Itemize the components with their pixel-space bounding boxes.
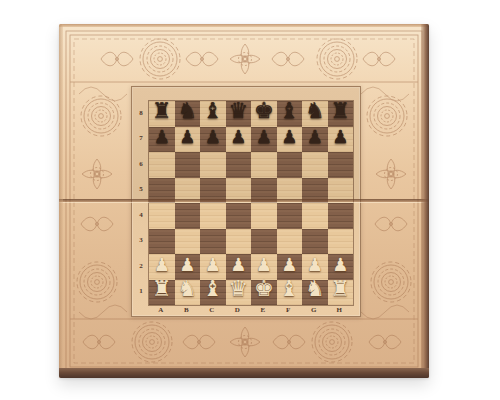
square-h8[interactable]: ♜ bbox=[328, 101, 354, 127]
square-h1[interactable]: ♜ bbox=[328, 280, 354, 306]
square-e6[interactable] bbox=[251, 152, 277, 178]
black-bishop[interactable]: ♝ bbox=[203, 100, 223, 122]
square-h7[interactable]: ♟ bbox=[328, 127, 354, 153]
square-c6[interactable] bbox=[200, 152, 226, 178]
square-c7[interactable]: ♟ bbox=[200, 127, 226, 153]
board-edge-left bbox=[59, 24, 63, 378]
product-photo: 87654321 ♜♞♝♛♚♝♞♜♟♟♟♟♟♟♟♟♟♟♟♟♟♟♟♟♜♞♝♛♚♝♞… bbox=[0, 0, 500, 400]
white-pawn[interactable]: ♟ bbox=[179, 256, 195, 274]
rank-label-2: 2 bbox=[135, 253, 147, 279]
square-e1[interactable]: ♚ bbox=[251, 280, 277, 306]
black-pawn[interactable]: ♟ bbox=[281, 128, 297, 146]
white-bishop[interactable]: ♝ bbox=[203, 278, 223, 300]
file-label-G: G bbox=[301, 305, 327, 315]
white-pawn[interactable]: ♟ bbox=[281, 256, 297, 274]
black-pawn[interactable]: ♟ bbox=[154, 128, 170, 146]
black-rook[interactable]: ♜ bbox=[330, 100, 350, 122]
square-g6[interactable] bbox=[302, 152, 328, 178]
white-king[interactable]: ♚ bbox=[254, 278, 274, 300]
square-b4[interactable] bbox=[175, 203, 201, 229]
file-label-C: C bbox=[199, 305, 225, 315]
white-rook[interactable]: ♜ bbox=[330, 278, 350, 300]
square-f4[interactable] bbox=[277, 203, 303, 229]
square-f6[interactable] bbox=[277, 152, 303, 178]
square-b8[interactable]: ♞ bbox=[175, 101, 201, 127]
square-h4[interactable] bbox=[328, 203, 354, 229]
square-g8[interactable]: ♞ bbox=[302, 101, 328, 127]
file-labels: ABCDEFGH bbox=[148, 305, 352, 315]
white-pawn[interactable]: ♟ bbox=[307, 256, 323, 274]
square-a3[interactable] bbox=[149, 229, 175, 255]
white-pawn[interactable]: ♟ bbox=[205, 256, 221, 274]
square-e4[interactable] bbox=[251, 203, 277, 229]
square-a4[interactable] bbox=[149, 203, 175, 229]
file-label-E: E bbox=[250, 305, 276, 315]
square-f7[interactable]: ♟ bbox=[277, 127, 303, 153]
file-label-F: F bbox=[276, 305, 302, 315]
white-pawn[interactable]: ♟ bbox=[256, 256, 272, 274]
square-c1[interactable]: ♝ bbox=[200, 280, 226, 306]
square-a1[interactable]: ♜ bbox=[149, 280, 175, 306]
square-f3[interactable] bbox=[277, 229, 303, 255]
square-a7[interactable]: ♟ bbox=[149, 127, 175, 153]
file-label-D: D bbox=[225, 305, 251, 315]
square-b6[interactable] bbox=[175, 152, 201, 178]
white-queen[interactable]: ♛ bbox=[228, 278, 248, 300]
black-pawn[interactable]: ♟ bbox=[205, 128, 221, 146]
rank-label-6: 6 bbox=[135, 151, 147, 177]
black-king[interactable]: ♚ bbox=[254, 100, 274, 122]
rank-label-1: 1 bbox=[135, 279, 147, 305]
square-e7[interactable]: ♟ bbox=[251, 127, 277, 153]
black-pawn[interactable]: ♟ bbox=[179, 128, 195, 146]
square-b7[interactable]: ♟ bbox=[175, 127, 201, 153]
black-pawn[interactable]: ♟ bbox=[230, 128, 246, 146]
board-edge-bottom bbox=[59, 368, 429, 378]
square-d6[interactable] bbox=[226, 152, 252, 178]
square-b3[interactable] bbox=[175, 229, 201, 255]
white-bishop[interactable]: ♝ bbox=[279, 278, 299, 300]
black-pawn[interactable]: ♟ bbox=[307, 128, 323, 146]
rank-labels: 87654321 bbox=[135, 100, 147, 304]
square-d3[interactable] bbox=[226, 229, 252, 255]
black-queen[interactable]: ♛ bbox=[228, 100, 248, 122]
black-knight[interactable]: ♞ bbox=[177, 100, 197, 122]
white-pawn[interactable]: ♟ bbox=[332, 256, 348, 274]
black-rook[interactable]: ♜ bbox=[152, 100, 172, 122]
rank-label-7: 7 bbox=[135, 126, 147, 152]
black-knight[interactable]: ♞ bbox=[305, 100, 325, 122]
square-e8[interactable]: ♚ bbox=[251, 101, 277, 127]
square-f8[interactable]: ♝ bbox=[277, 101, 303, 127]
rank-label-3: 3 bbox=[135, 228, 147, 254]
square-d1[interactable]: ♛ bbox=[226, 280, 252, 306]
square-d8[interactable]: ♛ bbox=[226, 101, 252, 127]
square-e3[interactable] bbox=[251, 229, 277, 255]
square-f1[interactable]: ♝ bbox=[277, 280, 303, 306]
chess-grid: ♜♞♝♛♚♝♞♜♟♟♟♟♟♟♟♟♟♟♟♟♟♟♟♟♜♞♝♛♚♝♞♜ bbox=[148, 100, 354, 306]
square-d7[interactable]: ♟ bbox=[226, 127, 252, 153]
white-knight[interactable]: ♞ bbox=[177, 278, 197, 300]
rank-label-4: 4 bbox=[135, 202, 147, 228]
square-h3[interactable] bbox=[328, 229, 354, 255]
white-knight[interactable]: ♞ bbox=[305, 278, 325, 300]
square-g7[interactable]: ♟ bbox=[302, 127, 328, 153]
white-pawn[interactable]: ♟ bbox=[230, 256, 246, 274]
white-pawn[interactable]: ♟ bbox=[154, 256, 170, 274]
fold-seam bbox=[59, 199, 429, 202]
square-g3[interactable] bbox=[302, 229, 328, 255]
square-h6[interactable] bbox=[328, 152, 354, 178]
square-d4[interactable] bbox=[226, 203, 252, 229]
black-pawn[interactable]: ♟ bbox=[256, 128, 272, 146]
square-b1[interactable]: ♞ bbox=[175, 280, 201, 306]
square-c4[interactable] bbox=[200, 203, 226, 229]
board-edge-right bbox=[421, 24, 429, 378]
board-edge-top bbox=[59, 24, 429, 27]
black-bishop[interactable]: ♝ bbox=[279, 100, 299, 122]
square-c8[interactable]: ♝ bbox=[200, 101, 226, 127]
square-a6[interactable] bbox=[149, 152, 175, 178]
wooden-chess-board: 87654321 ♜♞♝♛♚♝♞♜♟♟♟♟♟♟♟♟♟♟♟♟♟♟♟♟♜♞♝♛♚♝♞… bbox=[59, 24, 429, 378]
square-g4[interactable] bbox=[302, 203, 328, 229]
square-c3[interactable] bbox=[200, 229, 226, 255]
file-label-B: B bbox=[174, 305, 200, 315]
white-rook[interactable]: ♜ bbox=[152, 278, 172, 300]
rank-label-8: 8 bbox=[135, 100, 147, 126]
square-g1[interactable]: ♞ bbox=[302, 280, 328, 306]
file-label-A: A bbox=[148, 305, 174, 315]
file-label-H: H bbox=[327, 305, 353, 315]
black-pawn[interactable]: ♟ bbox=[332, 128, 348, 146]
square-a8[interactable]: ♜ bbox=[149, 101, 175, 127]
